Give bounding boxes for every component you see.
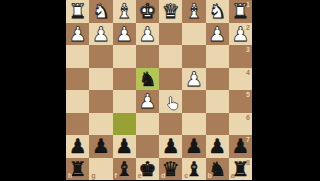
black-queen[interactable]: ♛ (162, 159, 180, 179)
square-c1[interactable]: ♝ (182, 0, 205, 23)
square-b6[interactable] (206, 113, 229, 136)
black-pawn[interactable]: ♟ (231, 136, 249, 156)
square-e4[interactable]: ♞ (136, 68, 159, 91)
square-h1[interactable]: ♜ (66, 0, 89, 23)
square-d6[interactable] (159, 113, 182, 136)
square-d7[interactable]: ♟ (159, 135, 182, 158)
chess-board[interactable]: ♜♞♝♚♛♝♞1♜♟♟♟♟♟2♟3♞♟4♟56♟♟♟♟♟♟7♟h♜gf♝e♚d♛… (66, 0, 252, 180)
square-e2[interactable]: ♟ (136, 23, 159, 46)
square-b7[interactable]: ♟ (206, 135, 229, 158)
square-c7[interactable]: ♟ (182, 135, 205, 158)
square-c8[interactable]: c♝ (182, 158, 205, 181)
square-h4[interactable] (66, 68, 89, 91)
square-c5[interactable] (182, 90, 205, 113)
white-pawn[interactable]: ♟ (185, 69, 203, 89)
white-pawn[interactable]: ♟ (92, 24, 110, 44)
black-knight[interactable]: ♞ (138, 69, 156, 89)
video-frame: ♜♞♝♚♛♝♞1♜♟♟♟♟♟2♟3♞♟4♟56♟♟♟♟♟♟7♟h♜gf♝e♚d♛… (0, 0, 320, 180)
square-f8[interactable]: f♝ (113, 158, 136, 181)
square-a8[interactable]: 8a♜ (229, 158, 252, 181)
square-d2[interactable] (159, 23, 182, 46)
square-b5[interactable] (206, 90, 229, 113)
square-b2[interactable]: ♟ (206, 23, 229, 46)
square-a7[interactable]: 7♟ (229, 135, 252, 158)
rank-label-5: 5 (246, 91, 250, 98)
square-a1[interactable]: 1♜ (229, 0, 252, 23)
black-pawn[interactable]: ♟ (208, 136, 226, 156)
square-g4[interactable] (89, 68, 112, 91)
black-rook[interactable]: ♜ (231, 159, 249, 179)
white-pawn[interactable]: ♟ (69, 24, 87, 44)
square-e7[interactable] (136, 135, 159, 158)
square-c6[interactable] (182, 113, 205, 136)
black-pawn[interactable]: ♟ (69, 136, 87, 156)
square-h5[interactable] (66, 90, 89, 113)
white-bishop[interactable]: ♝ (115, 1, 133, 21)
square-g5[interactable] (89, 90, 112, 113)
square-e1[interactable]: ♚ (136, 0, 159, 23)
square-b8[interactable]: b♞ (206, 158, 229, 181)
rank-label-3: 3 (246, 46, 250, 53)
white-knight[interactable]: ♞ (92, 1, 110, 21)
white-pawn[interactable]: ♟ (138, 24, 156, 44)
black-bishop[interactable]: ♝ (185, 159, 203, 179)
square-f5[interactable] (113, 90, 136, 113)
square-h2[interactable]: ♟ (66, 23, 89, 46)
square-d3[interactable] (159, 45, 182, 68)
white-pawn[interactable]: ♟ (231, 24, 249, 44)
white-king[interactable]: ♚ (138, 1, 156, 21)
black-knight[interactable]: ♞ (208, 159, 226, 179)
square-e3[interactable] (136, 45, 159, 68)
file-label-g: g (91, 172, 95, 179)
square-c2[interactable] (182, 23, 205, 46)
square-f1[interactable]: ♝ (113, 0, 136, 23)
white-rook[interactable]: ♜ (69, 1, 87, 21)
square-g8[interactable]: g (89, 158, 112, 181)
square-a4[interactable]: 4 (229, 68, 252, 91)
square-g7[interactable]: ♟ (89, 135, 112, 158)
black-pawn[interactable]: ♟ (162, 136, 180, 156)
rank-label-4: 4 (246, 69, 250, 76)
black-pawn[interactable]: ♟ (115, 136, 133, 156)
square-a6[interactable]: 6 (229, 113, 252, 136)
square-d4[interactable] (159, 68, 182, 91)
white-pawn[interactable]: ♟ (115, 24, 133, 44)
square-f3[interactable] (113, 45, 136, 68)
square-g6[interactable] (89, 113, 112, 136)
square-d1[interactable]: ♛ (159, 0, 182, 23)
black-king[interactable]: ♚ (138, 159, 156, 179)
square-a3[interactable]: 3 (229, 45, 252, 68)
square-b4[interactable] (206, 68, 229, 91)
square-e6[interactable] (136, 113, 159, 136)
white-knight[interactable]: ♞ (208, 1, 226, 21)
square-h3[interactable] (66, 45, 89, 68)
white-pawn[interactable]: ♟ (208, 24, 226, 44)
black-bishop[interactable]: ♝ (115, 159, 133, 179)
square-g3[interactable] (89, 45, 112, 68)
square-d8[interactable]: d♛ (159, 158, 182, 181)
square-b3[interactable] (206, 45, 229, 68)
square-e5[interactable]: ♟ (136, 90, 159, 113)
white-queen[interactable]: ♛ (162, 1, 180, 21)
white-rook[interactable]: ♜ (231, 1, 249, 21)
square-d5[interactable] (159, 90, 182, 113)
square-c4[interactable]: ♟ (182, 68, 205, 91)
square-a5[interactable]: 5 (229, 90, 252, 113)
white-bishop[interactable]: ♝ (185, 1, 203, 21)
square-c3[interactable] (182, 45, 205, 68)
black-pawn[interactable]: ♟ (185, 136, 203, 156)
square-e8[interactable]: e♚ (136, 158, 159, 181)
square-f6[interactable] (113, 113, 136, 136)
square-a2[interactable]: 2♟ (229, 23, 252, 46)
square-g2[interactable]: ♟ (89, 23, 112, 46)
rank-label-6: 6 (246, 114, 250, 121)
square-f4[interactable] (113, 68, 136, 91)
square-h7[interactable]: ♟ (66, 135, 89, 158)
square-f2[interactable]: ♟ (113, 23, 136, 46)
square-g1[interactable]: ♞ (89, 0, 112, 23)
square-f7[interactable]: ♟ (113, 135, 136, 158)
square-b1[interactable]: ♞ (206, 0, 229, 23)
black-rook[interactable]: ♜ (69, 159, 87, 179)
square-h8[interactable]: h♜ (66, 158, 89, 181)
white-pawn[interactable]: ♟ (138, 91, 156, 111)
black-pawn[interactable]: ♟ (92, 136, 110, 156)
square-h6[interactable] (66, 113, 89, 136)
